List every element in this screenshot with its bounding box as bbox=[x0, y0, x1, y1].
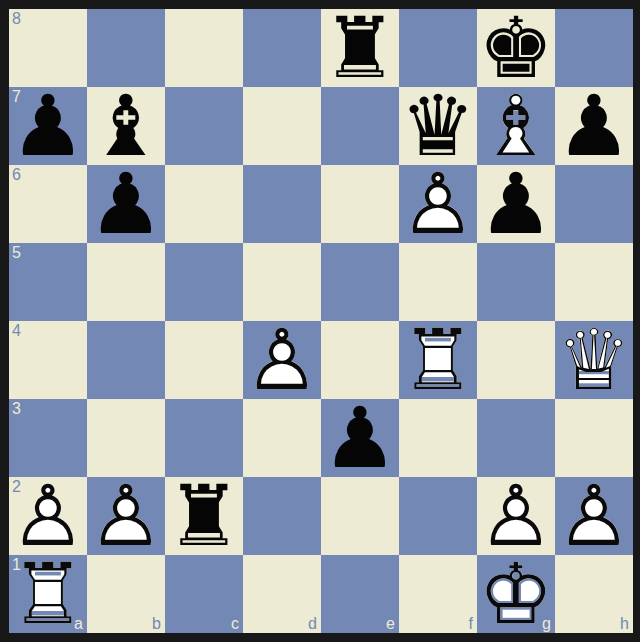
square-f6[interactable]: ♟♙ bbox=[399, 165, 477, 243]
square-a6[interactable]: 6 bbox=[9, 165, 87, 243]
square-b4[interactable] bbox=[87, 321, 165, 399]
white-pawn[interactable]: ♙ bbox=[399, 165, 477, 243]
square-d6[interactable] bbox=[243, 165, 321, 243]
square-g6[interactable]: ♟ bbox=[477, 165, 555, 243]
square-b1[interactable]: b bbox=[87, 555, 165, 633]
square-e2[interactable] bbox=[321, 477, 399, 555]
square-b5[interactable] bbox=[87, 243, 165, 321]
square-f3[interactable] bbox=[399, 399, 477, 477]
square-c8[interactable] bbox=[165, 9, 243, 87]
file-label-e: e bbox=[386, 616, 395, 632]
square-b7[interactable]: ♝ bbox=[87, 87, 165, 165]
square-e3[interactable]: ♟ bbox=[321, 399, 399, 477]
square-g5[interactable] bbox=[477, 243, 555, 321]
black-bishop[interactable]: ♝ bbox=[87, 87, 165, 165]
white-pawn-fill: ♟ bbox=[243, 321, 321, 399]
square-d8[interactable] bbox=[243, 9, 321, 87]
rank-label-5: 5 bbox=[12, 245, 21, 261]
square-c2[interactable]: ♜ bbox=[165, 477, 243, 555]
square-b6[interactable]: ♟ bbox=[87, 165, 165, 243]
rank-label-1: 1 bbox=[12, 557, 21, 573]
white-pawn[interactable]: ♙ bbox=[87, 477, 165, 555]
page: { "game": "chess", "position": "4r1k1/pb… bbox=[0, 0, 640, 642]
square-d4[interactable]: ♟♙ bbox=[243, 321, 321, 399]
square-g4[interactable] bbox=[477, 321, 555, 399]
white-pawn-fill: ♟ bbox=[477, 477, 555, 555]
square-c5[interactable] bbox=[165, 243, 243, 321]
black-queen[interactable]: ♛ bbox=[399, 87, 477, 165]
square-e7[interactable] bbox=[321, 87, 399, 165]
white-rook[interactable]: ♖ bbox=[9, 555, 87, 633]
square-c1[interactable]: c bbox=[165, 555, 243, 633]
square-d5[interactable] bbox=[243, 243, 321, 321]
square-c3[interactable] bbox=[165, 399, 243, 477]
white-rook-fill: ♜ bbox=[9, 555, 87, 633]
square-f8[interactable] bbox=[399, 9, 477, 87]
file-label-h: h bbox=[620, 616, 629, 632]
white-pawn[interactable]: ♙ bbox=[243, 321, 321, 399]
board-frame: 8♜♚7♟♝♛♝♗♟6♟♟♙♟54♟♙♜♖♛♕3♟2♟♙♟♙♜♟♙♟♙1a♜♖b… bbox=[0, 0, 640, 642]
white-bishop[interactable]: ♗ bbox=[477, 87, 555, 165]
rank-label-6: 6 bbox=[12, 167, 21, 183]
square-f7[interactable]: ♛ bbox=[399, 87, 477, 165]
rank-label-3: 3 bbox=[12, 401, 21, 417]
square-d1[interactable]: d bbox=[243, 555, 321, 633]
file-label-b: b bbox=[152, 616, 161, 632]
square-d7[interactable] bbox=[243, 87, 321, 165]
square-c7[interactable] bbox=[165, 87, 243, 165]
square-g8[interactable]: ♚ bbox=[477, 9, 555, 87]
white-pawn-fill: ♟ bbox=[87, 477, 165, 555]
square-e1[interactable]: e bbox=[321, 555, 399, 633]
square-g7[interactable]: ♝♗ bbox=[477, 87, 555, 165]
white-rook-fill: ♜ bbox=[399, 321, 477, 399]
white-bishop-fill: ♝ bbox=[477, 87, 555, 165]
rank-label-4: 4 bbox=[12, 323, 21, 339]
square-a3[interactable]: 3 bbox=[9, 399, 87, 477]
square-e6[interactable] bbox=[321, 165, 399, 243]
square-b8[interactable] bbox=[87, 9, 165, 87]
square-g1[interactable]: g♚♔ bbox=[477, 555, 555, 633]
white-pawn-fill: ♟ bbox=[399, 165, 477, 243]
black-pawn[interactable]: ♟ bbox=[555, 87, 633, 165]
square-c4[interactable] bbox=[165, 321, 243, 399]
black-pawn[interactable]: ♟ bbox=[87, 165, 165, 243]
file-label-f: f bbox=[469, 616, 473, 632]
rank-label-7: 7 bbox=[12, 89, 21, 105]
square-f2[interactable] bbox=[399, 477, 477, 555]
white-king-fill: ♚ bbox=[477, 555, 555, 633]
file-label-a: a bbox=[74, 616, 83, 632]
black-pawn[interactable]: ♟ bbox=[9, 87, 87, 165]
square-h5[interactable] bbox=[555, 243, 633, 321]
file-label-g: g bbox=[542, 616, 551, 632]
square-h1[interactable]: h bbox=[555, 555, 633, 633]
black-pawn[interactable]: ♟ bbox=[321, 399, 399, 477]
square-h8[interactable] bbox=[555, 9, 633, 87]
rank-label-8: 8 bbox=[12, 11, 21, 27]
square-d2[interactable] bbox=[243, 477, 321, 555]
square-e4[interactable] bbox=[321, 321, 399, 399]
white-pawn[interactable]: ♙ bbox=[477, 477, 555, 555]
white-pawn-fill: ♟ bbox=[9, 477, 87, 555]
white-rook[interactable]: ♖ bbox=[399, 321, 477, 399]
black-pawn[interactable]: ♟ bbox=[477, 165, 555, 243]
square-e8[interactable]: ♜ bbox=[321, 9, 399, 87]
chess-board: 8♜♚7♟♝♛♝♗♟6♟♟♙♟54♟♙♜♖♛♕3♟2♟♙♟♙♜♟♙♟♙1a♜♖b… bbox=[9, 9, 633, 633]
square-b2[interactable]: ♟♙ bbox=[87, 477, 165, 555]
square-h3[interactable] bbox=[555, 399, 633, 477]
file-label-d: d bbox=[308, 616, 317, 632]
square-c6[interactable] bbox=[165, 165, 243, 243]
square-e5[interactable] bbox=[321, 243, 399, 321]
square-a2[interactable]: 2♟♙ bbox=[9, 477, 87, 555]
file-label-c: c bbox=[231, 616, 239, 632]
square-a4[interactable]: 4 bbox=[9, 321, 87, 399]
square-f1[interactable]: f bbox=[399, 555, 477, 633]
square-h6[interactable] bbox=[555, 165, 633, 243]
white-pawn-fill: ♟ bbox=[555, 477, 633, 555]
white-queen-fill: ♛ bbox=[555, 321, 633, 399]
square-a1[interactable]: 1a♜♖ bbox=[9, 555, 87, 633]
black-rook[interactable]: ♜ bbox=[165, 477, 243, 555]
square-h7[interactable]: ♟ bbox=[555, 87, 633, 165]
square-h4[interactable]: ♛♕ bbox=[555, 321, 633, 399]
square-g3[interactable] bbox=[477, 399, 555, 477]
black-rook[interactable]: ♜ bbox=[321, 9, 399, 87]
square-a5[interactable]: 5 bbox=[9, 243, 87, 321]
square-b3[interactable] bbox=[87, 399, 165, 477]
square-a7[interactable]: 7♟ bbox=[9, 87, 87, 165]
white-king[interactable]: ♔ bbox=[477, 555, 555, 633]
square-f4[interactable]: ♜♖ bbox=[399, 321, 477, 399]
square-h2[interactable]: ♟♙ bbox=[555, 477, 633, 555]
square-a8[interactable]: 8 bbox=[9, 9, 87, 87]
square-f5[interactable] bbox=[399, 243, 477, 321]
white-queen[interactable]: ♕ bbox=[555, 321, 633, 399]
rank-label-2: 2 bbox=[12, 479, 21, 495]
white-pawn[interactable]: ♙ bbox=[9, 477, 87, 555]
white-pawn[interactable]: ♙ bbox=[555, 477, 633, 555]
black-king[interactable]: ♚ bbox=[477, 9, 555, 87]
square-d3[interactable] bbox=[243, 399, 321, 477]
square-g2[interactable]: ♟♙ bbox=[477, 477, 555, 555]
